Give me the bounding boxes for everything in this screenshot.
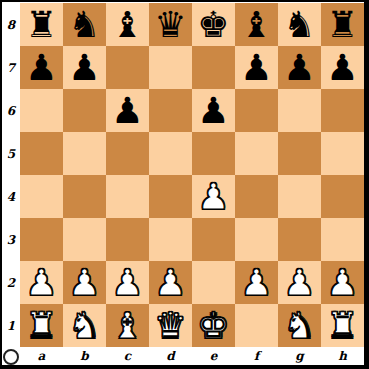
piece-white-pawn: ♟	[154, 261, 186, 304]
piece-white-pawn: ♟	[68, 261, 100, 304]
piece-black-bishop: ♝	[240, 3, 272, 46]
piece-black-pawn: ♟	[68, 46, 100, 89]
square-c4[interactable]	[106, 175, 149, 218]
piece-white-pawn: ♟	[197, 175, 229, 218]
square-h8[interactable]: ♜	[321, 3, 364, 46]
piece-black-pawn: ♟	[240, 46, 272, 89]
board: ♜♞♝♛♚♝♞♜♟♟♟♟♟♟♟♟♟♟♟♟♟♟♟♜♞♝♛♚♞♜	[20, 3, 364, 347]
piece-white-bishop: ♝	[111, 304, 143, 347]
square-a7[interactable]: ♟	[20, 46, 63, 89]
piece-black-pawn: ♟	[283, 46, 315, 89]
square-h2[interactable]: ♟	[321, 261, 364, 304]
square-f8[interactable]: ♝	[235, 3, 278, 46]
square-g8[interactable]: ♞	[278, 3, 321, 46]
square-a1[interactable]: ♜	[20, 304, 63, 347]
rank-label-8: 8	[2, 3, 20, 46]
square-a6[interactable]	[20, 89, 63, 132]
rank-label-5: 5	[2, 132, 20, 175]
square-f4[interactable]	[235, 175, 278, 218]
square-b6[interactable]	[63, 89, 106, 132]
square-c3[interactable]	[106, 218, 149, 261]
piece-black-rook: ♜	[326, 3, 358, 46]
square-e6[interactable]: ♟	[192, 89, 235, 132]
square-f2[interactable]: ♟	[235, 261, 278, 304]
square-b5[interactable]	[63, 132, 106, 175]
square-b8[interactable]: ♞	[63, 3, 106, 46]
piece-white-knight: ♞	[68, 304, 100, 347]
square-h6[interactable]	[321, 89, 364, 132]
rank-label-2: 2	[2, 261, 20, 304]
square-e2[interactable]	[192, 261, 235, 304]
file-label-g: g	[278, 348, 321, 364]
square-c5[interactable]	[106, 132, 149, 175]
piece-white-pawn: ♟	[25, 261, 57, 304]
square-c2[interactable]: ♟	[106, 261, 149, 304]
piece-white-pawn: ♟	[240, 261, 272, 304]
piece-black-knight: ♞	[68, 3, 100, 46]
rank-label-3: 3	[2, 218, 20, 261]
square-e8[interactable]: ♚	[192, 3, 235, 46]
piece-black-bishop: ♝	[111, 3, 143, 46]
square-e3[interactable]	[192, 218, 235, 261]
square-h1[interactable]: ♜	[321, 304, 364, 347]
file-label-h: h	[321, 348, 364, 364]
piece-white-pawn: ♟	[283, 261, 315, 304]
piece-white-rook: ♜	[25, 304, 57, 347]
square-g7[interactable]: ♟	[278, 46, 321, 89]
piece-white-rook: ♜	[326, 304, 358, 347]
square-h5[interactable]	[321, 132, 364, 175]
square-d3[interactable]	[149, 218, 192, 261]
file-label-e: e	[192, 348, 235, 364]
square-e1[interactable]: ♚	[192, 304, 235, 347]
file-label-f: f	[235, 348, 278, 364]
square-g2[interactable]: ♟	[278, 261, 321, 304]
square-d2[interactable]: ♟	[149, 261, 192, 304]
piece-black-pawn: ♟	[25, 46, 57, 89]
rank-label-1: 1	[2, 304, 20, 347]
piece-white-king: ♚	[197, 304, 229, 347]
piece-white-knight: ♞	[283, 304, 315, 347]
square-e7[interactable]	[192, 46, 235, 89]
piece-white-queen: ♛	[154, 304, 186, 347]
square-h7[interactable]: ♟	[321, 46, 364, 89]
piece-black-pawn: ♟	[111, 89, 143, 132]
board-margin: 87654321 ♜♞♝♛♚♝♞♜♟♟♟♟♟♟♟♟♟♟♟♟♟♟♟♜♞♝♛♚♞♜ …	[2, 2, 364, 365]
rank-label-4: 4	[2, 175, 20, 218]
square-h4[interactable]	[321, 175, 364, 218]
piece-black-pawn: ♟	[197, 89, 229, 132]
piece-black-king: ♚	[197, 3, 229, 46]
piece-black-knight: ♞	[283, 3, 315, 46]
square-h3[interactable]	[321, 218, 364, 261]
square-g5[interactable]	[278, 132, 321, 175]
file-label-a: a	[20, 348, 63, 364]
square-g4[interactable]	[278, 175, 321, 218]
piece-black-rook: ♜	[25, 3, 57, 46]
white-to-move-indicator	[3, 349, 19, 365]
piece-black-queen: ♛	[154, 3, 186, 46]
square-g1[interactable]: ♞	[278, 304, 321, 347]
square-a2[interactable]: ♟	[20, 261, 63, 304]
square-c7[interactable]	[106, 46, 149, 89]
piece-white-pawn: ♟	[326, 261, 358, 304]
square-e5[interactable]	[192, 132, 235, 175]
file-label-c: c	[106, 348, 149, 364]
square-e4[interactable]: ♟	[192, 175, 235, 218]
square-a4[interactable]	[20, 175, 63, 218]
rank-label-6: 6	[2, 89, 20, 132]
square-b7[interactable]: ♟	[63, 46, 106, 89]
rank-label-7: 7	[2, 46, 20, 89]
chess-diagram: 87654321 ♜♞♝♛♚♝♞♜♟♟♟♟♟♟♟♟♟♟♟♟♟♟♟♜♞♝♛♚♞♜ …	[0, 0, 369, 369]
square-a5[interactable]	[20, 132, 63, 175]
square-a3[interactable]	[20, 218, 63, 261]
square-d8[interactable]: ♛	[149, 3, 192, 46]
square-f6[interactable]	[235, 89, 278, 132]
square-c8[interactable]: ♝	[106, 3, 149, 46]
square-d5[interactable]	[149, 132, 192, 175]
square-c6[interactable]: ♟	[106, 89, 149, 132]
square-d1[interactable]: ♛	[149, 304, 192, 347]
square-f7[interactable]: ♟	[235, 46, 278, 89]
square-c1[interactable]: ♝	[106, 304, 149, 347]
square-b3[interactable]	[63, 218, 106, 261]
square-f5[interactable]	[235, 132, 278, 175]
square-a8[interactable]: ♜	[20, 3, 63, 46]
square-d7[interactable]	[149, 46, 192, 89]
piece-white-pawn: ♟	[111, 261, 143, 304]
square-b2[interactable]: ♟	[63, 261, 106, 304]
piece-black-pawn: ♟	[326, 46, 358, 89]
square-d4[interactable]	[149, 175, 192, 218]
square-g3[interactable]	[278, 218, 321, 261]
rank-labels: 87654321	[2, 3, 20, 347]
file-labels: abcdefgh	[20, 348, 364, 364]
square-f3[interactable]	[235, 218, 278, 261]
square-f1[interactable]	[235, 304, 278, 347]
square-b4[interactable]	[63, 175, 106, 218]
square-g6[interactable]	[278, 89, 321, 132]
file-label-d: d	[149, 348, 192, 364]
file-label-b: b	[63, 348, 106, 364]
square-d6[interactable]	[149, 89, 192, 132]
square-b1[interactable]: ♞	[63, 304, 106, 347]
